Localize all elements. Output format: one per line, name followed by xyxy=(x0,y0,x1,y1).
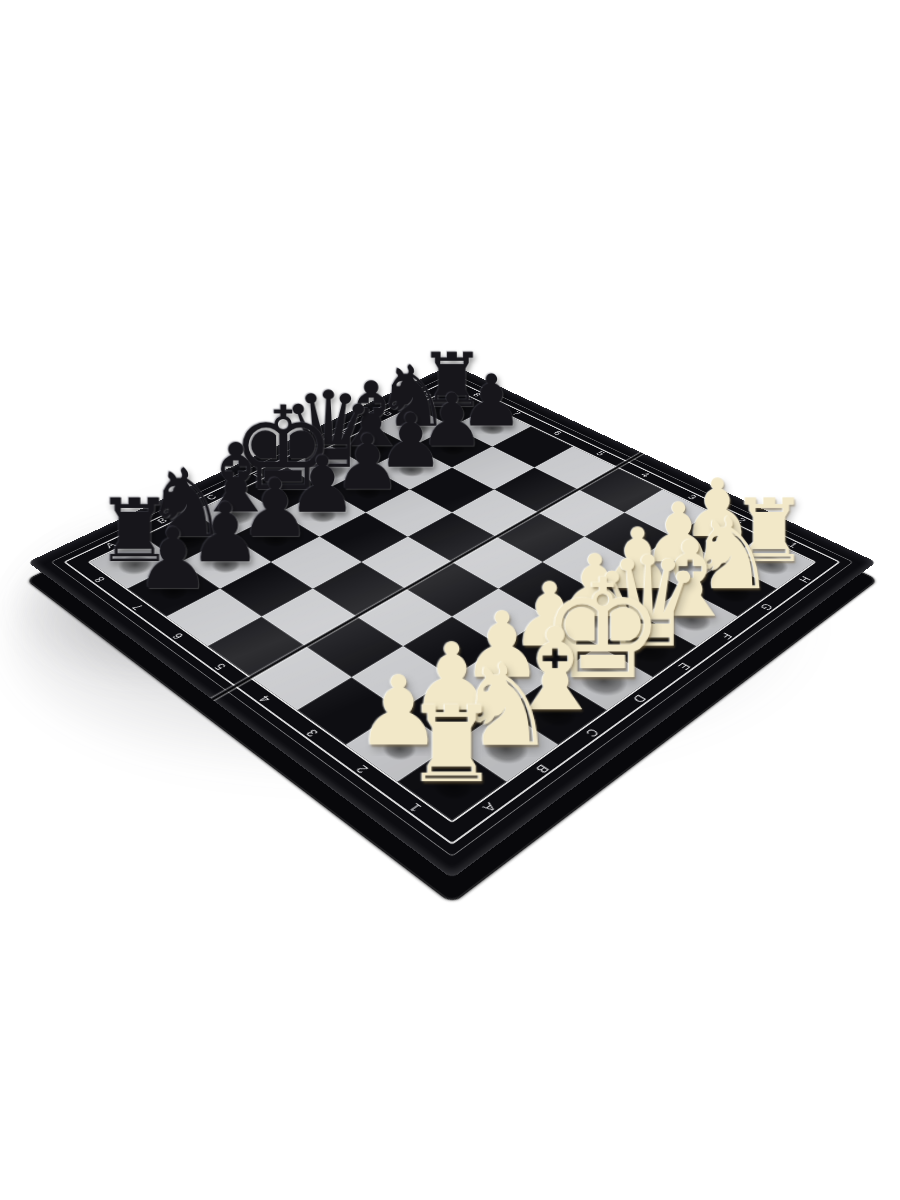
piece-shadow-g1 xyxy=(697,571,767,612)
piece-white-king-d1: ♚ xyxy=(541,560,665,698)
file-label-far-F: F xyxy=(340,430,353,436)
piece-shadow-c8 xyxy=(206,498,268,532)
piece-shadow-e2 xyxy=(569,604,624,637)
piece-white-bishop-c1: ♝ xyxy=(504,613,607,727)
piece-white-pawn-h2: ♟ xyxy=(682,468,754,548)
piece-shadow-c1 xyxy=(519,690,594,739)
rank-label-near-2: 2 xyxy=(354,763,371,775)
piece-white-knight-b1: ♞ xyxy=(454,648,556,762)
piece-shadow-b1 xyxy=(466,722,546,776)
piece-shadow-e1 xyxy=(609,625,689,674)
rank-label-far-1: 1 xyxy=(786,541,799,549)
piece-shadow-e8 xyxy=(295,453,362,488)
piece-white-knight-g1: ♞ xyxy=(686,504,775,604)
piece-shadow-d1 xyxy=(561,654,646,708)
piece-white-pawn-f2: ♟ xyxy=(600,517,676,601)
piece-black-knight-g8: ♞ xyxy=(375,354,451,439)
piece-shadow-g7 xyxy=(430,437,476,461)
rank-label-near-4: 4 xyxy=(257,693,273,703)
rank-label-near-3: 3 xyxy=(304,727,321,738)
piece-white-pawn-d2: ♟ xyxy=(510,571,590,660)
piece-shadow-a7 xyxy=(147,576,200,607)
chess-board: 88HH77GG66FF55EE44DD33CC22BB11AA ♜♞♟♝♟♛♟… xyxy=(28,364,877,878)
rank-label-near-8: 8 xyxy=(92,575,107,583)
piece-shadow-b7 xyxy=(200,550,251,580)
piece-shadow-h1 xyxy=(739,547,802,583)
rank-label-far-3: 3 xyxy=(686,494,699,501)
file-label-near-F: F xyxy=(718,631,734,641)
piece-white-bishop-f1: ♝ xyxy=(643,527,738,632)
piece-shadow-f1 xyxy=(657,599,726,641)
rank-label-far-8: 8 xyxy=(471,392,483,398)
piece-black-rook-h8: ♜ xyxy=(419,344,486,418)
piece-black-pawn-d7: ♟ xyxy=(287,446,357,524)
file-label-near-C: C xyxy=(583,727,601,739)
rank-label-far-4: 4 xyxy=(639,472,652,479)
rank-label-near-5: 5 xyxy=(212,661,228,671)
piece-white-rook-h1: ♜ xyxy=(730,488,808,575)
piece-shadow-f7 xyxy=(388,458,435,483)
rank-label-far-6: 6 xyxy=(551,430,563,436)
piece-black-knight-b8: ♞ xyxy=(144,456,229,551)
piece-shadow-f8 xyxy=(343,434,401,464)
piece-shadow-d7 xyxy=(298,502,347,529)
piece-black-bishop-c8: ♝ xyxy=(193,431,279,526)
piece-black-bishop-f8: ♝ xyxy=(331,370,411,459)
file-label-near-G: G xyxy=(758,602,775,612)
file-label-near-H: H xyxy=(796,575,812,584)
piece-black-queen-e8: ♛ xyxy=(281,377,376,483)
rank-label-near-7: 7 xyxy=(130,602,145,611)
piece-shadow-h7 xyxy=(470,417,515,440)
piece-black-king-d8: ♚ xyxy=(231,391,335,507)
piece-shadow-c7 xyxy=(250,525,300,553)
piece-black-rook-a8: ♜ xyxy=(96,488,174,575)
file-label-near-D: D xyxy=(630,693,648,704)
piece-shadow-a1 xyxy=(415,760,491,813)
rank-label-far-7: 7 xyxy=(510,411,522,417)
piece-shadow-g8 xyxy=(384,414,443,444)
piece-black-pawn-a7: ♟ xyxy=(135,517,211,601)
file-label-near-E: E xyxy=(675,661,692,671)
piece-shadow-a2 xyxy=(369,729,430,770)
board-3d-wrapper: 88HH77GG66FF55EE44DD33CC22BB11AA ♜♞♟♝♟♛♟… xyxy=(28,364,877,878)
rank-label-near-1: 1 xyxy=(407,801,424,813)
piece-white-pawn-c2: ♟ xyxy=(461,600,543,691)
rank-label-near-6: 6 xyxy=(170,631,186,640)
product-photo-scene: 88HH77GG66FF55EE44DD33CC22BB11AA ♜♞♟♝♟♛♟… xyxy=(0,0,900,1200)
piece-white-queen-e1: ♛ xyxy=(592,540,705,666)
piece-shadow-e7 xyxy=(344,479,392,505)
file-label-near-A: A xyxy=(479,801,498,814)
piece-shadow-h2 xyxy=(693,525,744,553)
piece-white-pawn-g2: ♟ xyxy=(642,492,716,574)
piece-shadow-d2 xyxy=(523,632,579,667)
piece-black-pawn-e7: ♟ xyxy=(333,424,402,500)
file-label-near-B: B xyxy=(533,763,551,775)
piece-white-pawn-a2: ♟ xyxy=(355,663,442,760)
piece-shadow-c2 xyxy=(474,663,531,700)
piece-shadow-h8 xyxy=(426,396,479,422)
piece-shadow-f2 xyxy=(612,576,665,607)
piece-shadow-g2 xyxy=(654,550,706,580)
piece-black-pawn-c7: ♟ xyxy=(239,468,311,548)
piece-shadow-a8 xyxy=(104,547,166,583)
piece-shadow-b8 xyxy=(154,521,220,558)
rank-label-far-2: 2 xyxy=(735,517,748,524)
piece-black-pawn-h7: ♟ xyxy=(459,365,523,437)
piece-white-rook-a1: ♜ xyxy=(405,693,500,798)
piece-white-pawn-e2: ♟ xyxy=(556,543,634,629)
piece-white-pawn-b2: ♟ xyxy=(410,631,494,725)
piece-shadow-d8 xyxy=(248,473,319,511)
piece-black-pawn-b7: ♟ xyxy=(188,492,262,574)
piece-shadow-b2 xyxy=(423,695,482,734)
rank-label-far-5: 5 xyxy=(594,450,606,457)
